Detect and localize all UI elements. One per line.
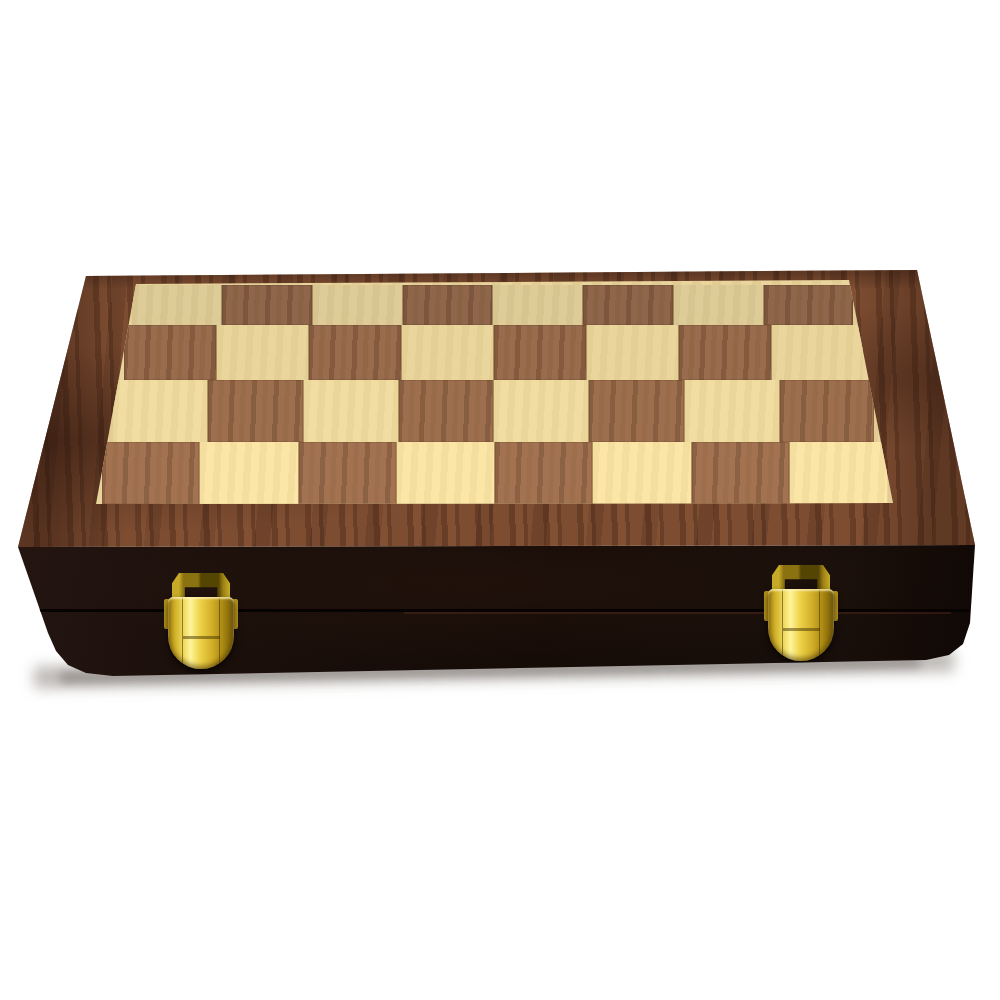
board-square-dark	[780, 380, 874, 442]
board-square-light	[674, 285, 763, 325]
board-row	[124, 325, 863, 380]
right-clasp-body	[768, 589, 834, 661]
board-square-dark	[495, 442, 592, 504]
board-square-light	[113, 380, 207, 442]
product-photo	[0, 0, 1000, 1000]
board-square-dark	[102, 442, 199, 504]
board-square-dark	[589, 380, 683, 442]
board-square-light	[402, 325, 494, 380]
board-square-light	[587, 325, 679, 380]
box-front-face	[18, 545, 978, 679]
board-square-dark	[208, 380, 302, 442]
left-clasp-body	[168, 597, 234, 669]
board-square-dark	[299, 442, 396, 504]
board-row	[132, 285, 853, 325]
right-clasp	[764, 565, 838, 661]
board-square-dark	[309, 325, 401, 380]
board-row	[113, 380, 874, 442]
board-square-light	[132, 285, 221, 325]
board-square-dark	[494, 325, 586, 380]
board-square-dark	[124, 325, 216, 380]
board-square-light	[200, 442, 297, 504]
board-square-dark	[222, 285, 311, 325]
board-square-light	[593, 442, 690, 504]
board-square-light	[494, 380, 588, 442]
box-lid-top	[18, 264, 978, 547]
board-square-light	[493, 285, 582, 325]
board-square-dark	[764, 285, 853, 325]
board-square-light	[772, 325, 864, 380]
board-row	[102, 442, 887, 504]
board-square-light	[217, 325, 309, 380]
board-square-dark	[583, 285, 672, 325]
board-square-light	[397, 442, 494, 504]
board-square-light	[790, 442, 887, 504]
board-square-dark	[399, 380, 493, 442]
board-square-light	[313, 285, 402, 325]
board-square-light	[685, 380, 779, 442]
chessboard-maple-border	[92, 276, 897, 506]
board-square-light	[304, 380, 398, 442]
left-clasp	[164, 573, 238, 669]
board-square-dark	[679, 325, 771, 380]
board-square-dark	[692, 442, 789, 504]
board-square-dark	[403, 285, 492, 325]
